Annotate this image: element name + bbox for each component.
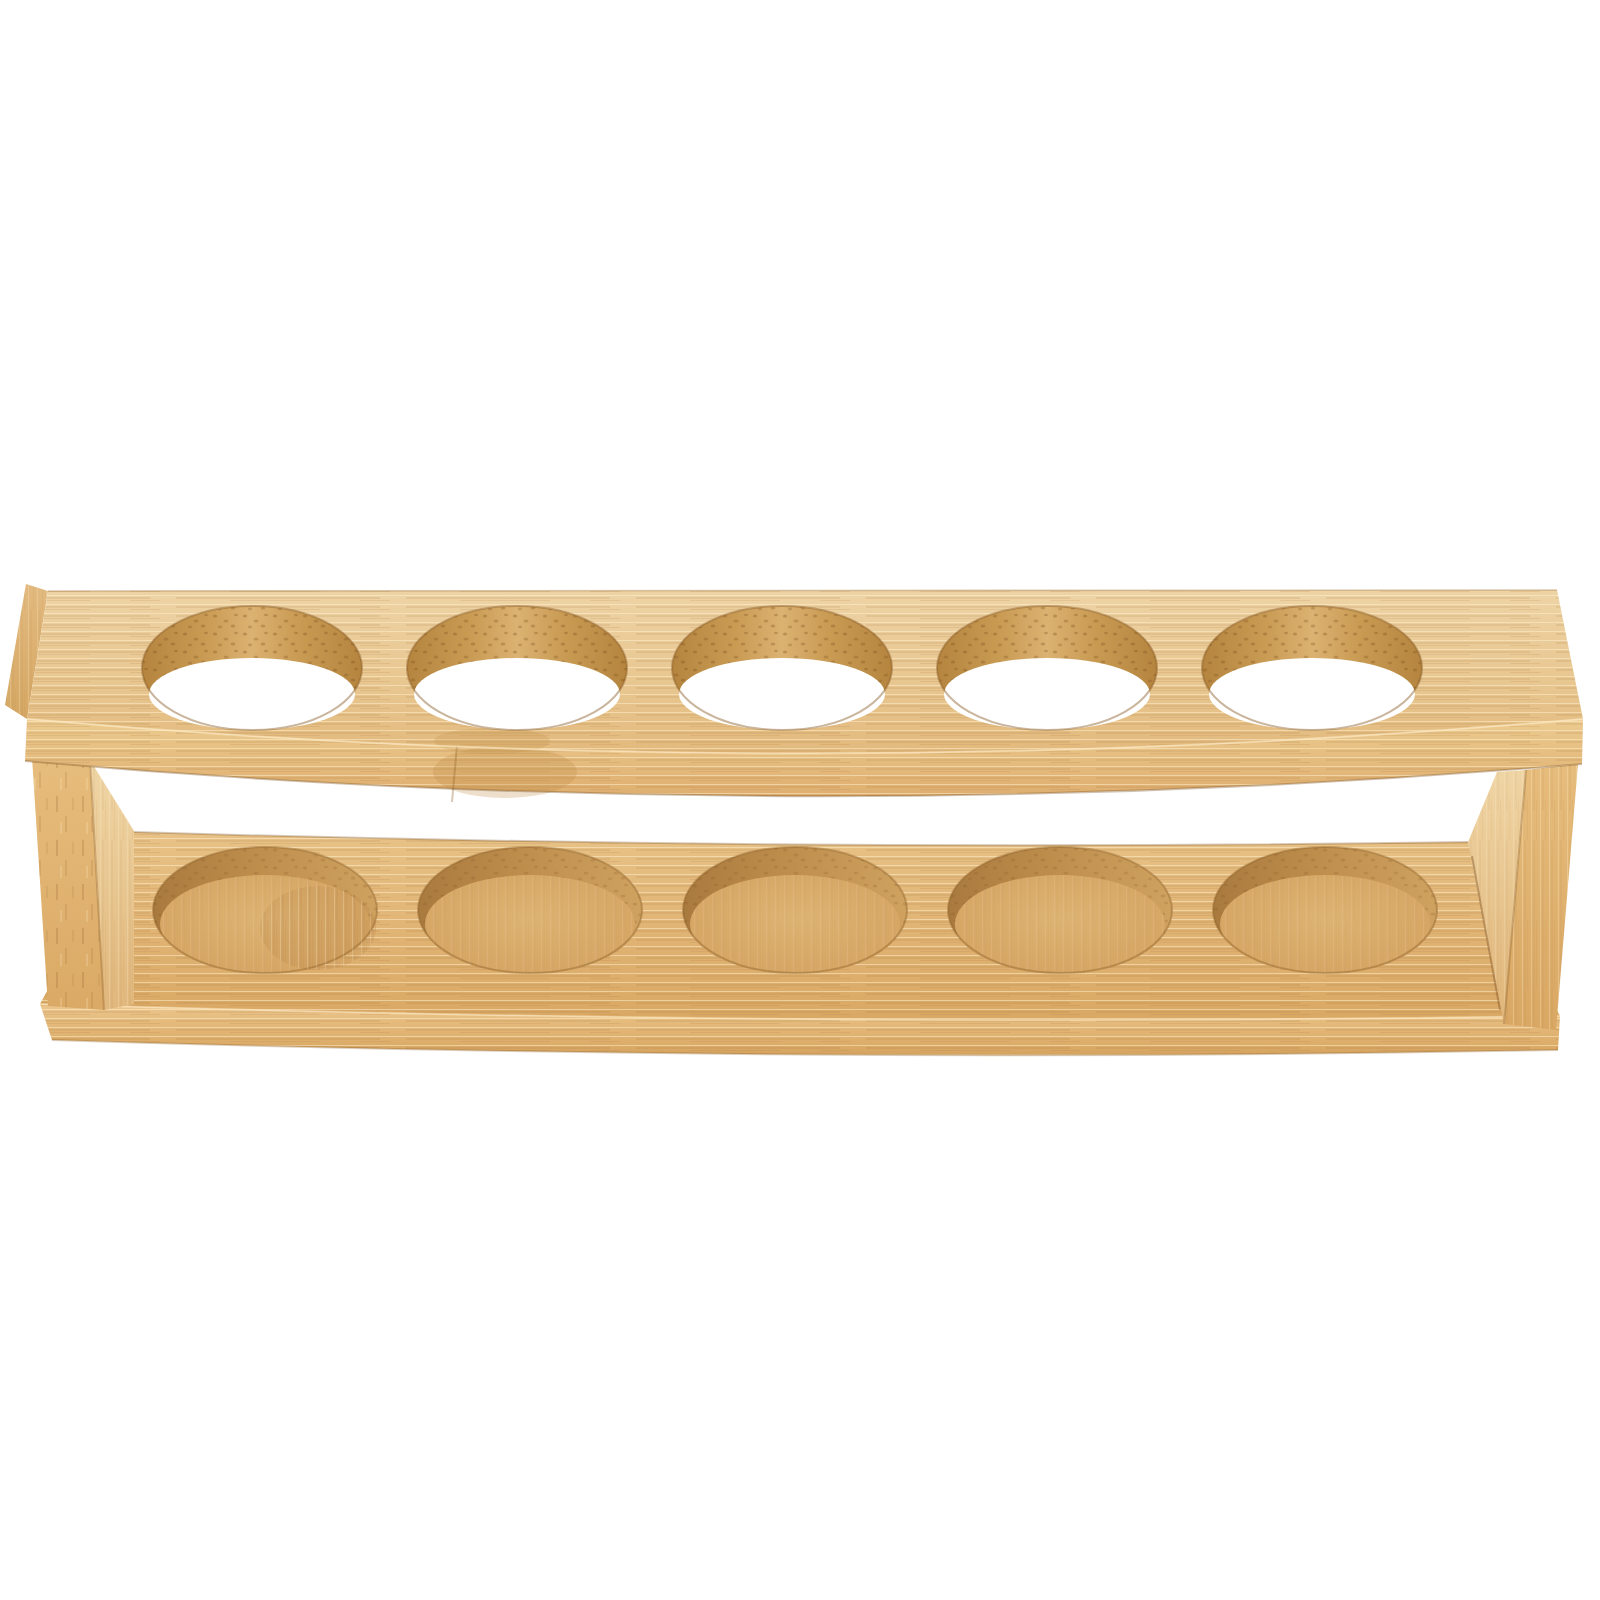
bottom-recess-4: [948, 847, 1172, 973]
bamboo-rack-illustration: [0, 0, 1600, 1600]
top-board-back-edge: [48, 590, 1557, 591]
recess-floor-streaks: [260, 886, 376, 970]
product-photo-stage: [0, 0, 1600, 1600]
top-hole-2: [407, 606, 627, 730]
white-background: [0, 0, 1600, 1600]
hole-4-opening: [944, 658, 1150, 730]
hole-2-opening: [414, 658, 620, 730]
bottom-recess-5: [1213, 847, 1437, 973]
top-hole-5: [1202, 606, 1422, 730]
hole-3-opening: [679, 658, 885, 730]
top-hole-3: [672, 606, 892, 730]
hole-5-opening: [1209, 658, 1415, 730]
bottom-recess-2: [418, 847, 642, 973]
top-hole-1: [142, 606, 362, 730]
bottom-recess-3: [683, 847, 907, 973]
top-hole-4: [937, 606, 1157, 730]
hole-1-opening: [149, 658, 355, 730]
